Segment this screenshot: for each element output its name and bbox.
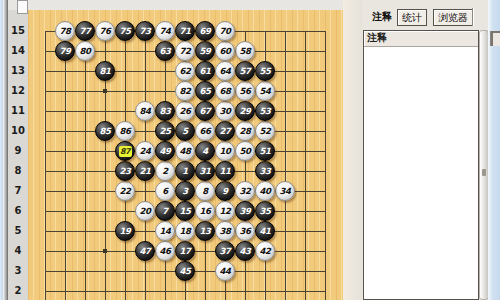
stone-31-J8: 31 xyxy=(195,161,215,181)
stone-59-J14: 59 xyxy=(195,41,215,61)
stone-51-M9: 51 xyxy=(255,141,275,161)
row-coordinate-gutter: 15141312111098765432 xyxy=(8,0,28,300)
stone-79-B14: 79 xyxy=(55,41,75,61)
stone-41-M5: 41 xyxy=(255,221,275,241)
row-label-10: 10 xyxy=(8,125,28,137)
stone-7-G6: 7 xyxy=(155,201,175,221)
row-label-13: 13 xyxy=(8,65,28,77)
stone-13-J5: 13 xyxy=(195,221,215,241)
stone-22-E7: 22 xyxy=(115,181,135,201)
stone-36-L5: 36 xyxy=(235,221,255,241)
stone-73-F15: 73 xyxy=(135,21,155,41)
stone-4-J9: 4 xyxy=(195,141,215,161)
stone-8-J7: 8 xyxy=(195,181,215,201)
stone-72-H14: 72 xyxy=(175,41,195,61)
stone-38-K5: 38 xyxy=(215,221,235,241)
stone-68-K12: 68 xyxy=(215,81,235,101)
stone-58-L14: 58 xyxy=(235,41,255,61)
stone-39-L6: 39 xyxy=(235,201,255,221)
stone-66-J10: 66 xyxy=(195,121,215,141)
stone-53-M11: 53 xyxy=(255,101,275,121)
stone-43-L4: 43 xyxy=(235,241,255,261)
stone-50-L9: 50 xyxy=(235,141,255,161)
stone-19-E5: 19 xyxy=(115,221,135,241)
stone-48-H9: 48 xyxy=(175,141,195,161)
tab-divider xyxy=(472,8,473,26)
stone-71-H15: 71 xyxy=(175,21,195,41)
stone-61-J13: 61 xyxy=(195,61,215,81)
stone-32-L7: 32 xyxy=(235,181,255,201)
stone-69-J15: 69 xyxy=(195,21,215,41)
stone-65-J12: 65 xyxy=(195,81,215,101)
row-label-5: 5 xyxy=(8,225,28,237)
stone-45-H3: 45 xyxy=(175,261,195,281)
stone-21-F8: 21 xyxy=(135,161,155,181)
stone-82-H12: 82 xyxy=(175,81,195,101)
stone-46-G4: 46 xyxy=(155,241,175,261)
stone-78-B15: 78 xyxy=(55,21,75,41)
stone-77-C15: 77 xyxy=(75,21,95,41)
stone-56-L12: 56 xyxy=(235,81,255,101)
stone-14-G5: 14 xyxy=(155,221,175,241)
stone-34-N7: 34 xyxy=(275,181,295,201)
row-label-8: 8 xyxy=(8,165,28,177)
stone-27-K10: 27 xyxy=(215,121,235,141)
stone-49-G9: 49 xyxy=(155,141,175,161)
right-panel: 注释 统计 浏览器 注释 xyxy=(362,0,500,300)
stone-3-H7: 3 xyxy=(175,181,195,201)
stone-60-K14: 60 xyxy=(215,41,235,61)
stone-84-F11: 84 xyxy=(135,101,155,121)
stone-33-M8: 33 xyxy=(255,161,275,181)
stone-47-F4: 47 xyxy=(135,241,155,261)
stone-23-E8: 23 xyxy=(115,161,135,181)
row-label-14: 14 xyxy=(8,45,28,57)
stone-83-G11: 83 xyxy=(155,101,175,121)
stone-11-K8: 11 xyxy=(215,161,235,181)
stone-20-F6: 20 xyxy=(135,201,155,221)
stone-26-H11: 26 xyxy=(175,101,195,121)
tab-browser[interactable]: 浏览器 xyxy=(433,9,473,26)
stone-42-M4: 42 xyxy=(255,241,275,261)
stone-29-L11: 29 xyxy=(235,101,255,121)
stone-25-G10: 25 xyxy=(155,121,175,141)
tab-statistics[interactable]: 统计 xyxy=(397,9,427,26)
stone-75-E15: 75 xyxy=(115,21,135,41)
row-label-12: 12 xyxy=(8,85,28,97)
row-label-7: 7 xyxy=(8,185,28,197)
comment-list[interactable]: 注释 xyxy=(363,30,479,300)
stone-74-G15: 74 xyxy=(155,21,175,41)
row-label-9: 9 xyxy=(8,145,28,157)
row-label-11: 11 xyxy=(8,105,28,117)
stone-44-K3: 44 xyxy=(215,261,235,281)
stone-57-L13: 57 xyxy=(235,61,255,81)
go-record-viewer-window: 15141312111098765432 1234567891011121314… xyxy=(0,0,500,300)
stone-30-K11: 30 xyxy=(215,101,235,121)
stone-81-D13: 81 xyxy=(95,61,115,81)
stone-35-M6: 35 xyxy=(255,201,275,221)
tab-comments[interactable]: 注释 xyxy=(368,9,396,26)
stone-86-E10: 86 xyxy=(115,121,135,141)
row-label-2: 2 xyxy=(8,285,28,297)
board-panel-gap xyxy=(343,0,362,300)
stone-37-K4: 37 xyxy=(215,241,235,261)
scrollbar-thumb[interactable] xyxy=(482,169,486,176)
stone-52-M10: 52 xyxy=(255,121,275,141)
stone-18-H5: 18 xyxy=(175,221,195,241)
stone-80-C14: 80 xyxy=(75,41,95,61)
stone-24-F9: 24 xyxy=(135,141,155,161)
stone-2-G8: 2 xyxy=(155,161,175,181)
stone-62-H13: 62 xyxy=(175,61,195,81)
stone-16-J6: 16 xyxy=(195,201,215,221)
row-label-3: 3 xyxy=(8,265,28,277)
stone-5-H10: 5 xyxy=(175,121,195,141)
stone-9-K7: 9 xyxy=(215,181,235,201)
scroll-button-remnant[interactable] xyxy=(17,0,28,14)
top-toolbar-remnant xyxy=(8,0,343,10)
last-move-highlight: 87 xyxy=(119,146,132,157)
row-label-4: 4 xyxy=(8,245,28,257)
row-label-6: 6 xyxy=(8,205,28,217)
stone-54-M12: 54 xyxy=(255,81,275,101)
stone-63-G14: 63 xyxy=(155,41,175,61)
stone-55-M13: 55 xyxy=(255,61,275,81)
stone-76-D15: 76 xyxy=(95,21,115,41)
row-label-15: 15 xyxy=(8,25,28,37)
comment-list-header[interactable]: 注释 xyxy=(364,31,478,47)
stone-1-H8: 1 xyxy=(175,161,195,181)
stone-17-H4: 17 xyxy=(175,241,195,261)
stone-64-K13: 64 xyxy=(215,61,235,81)
go-board[interactable]: 1234567891011121314151617181920212223242… xyxy=(28,10,343,300)
stone-40-M7: 40 xyxy=(255,181,275,201)
stone-28-L10: 28 xyxy=(235,121,255,141)
stone-87-E9: 87 xyxy=(115,141,135,161)
stone-15-H6: 15 xyxy=(175,201,195,221)
second-column-header-sliver xyxy=(490,31,500,46)
stone-85-D10: 85 xyxy=(95,121,115,141)
stone-70-K15: 70 xyxy=(215,21,235,41)
stone-12-K6: 12 xyxy=(215,201,235,221)
stone-10-K9: 10 xyxy=(215,141,235,161)
stone-6-G7: 6 xyxy=(155,181,175,201)
stone-67-J11: 67 xyxy=(195,101,215,121)
